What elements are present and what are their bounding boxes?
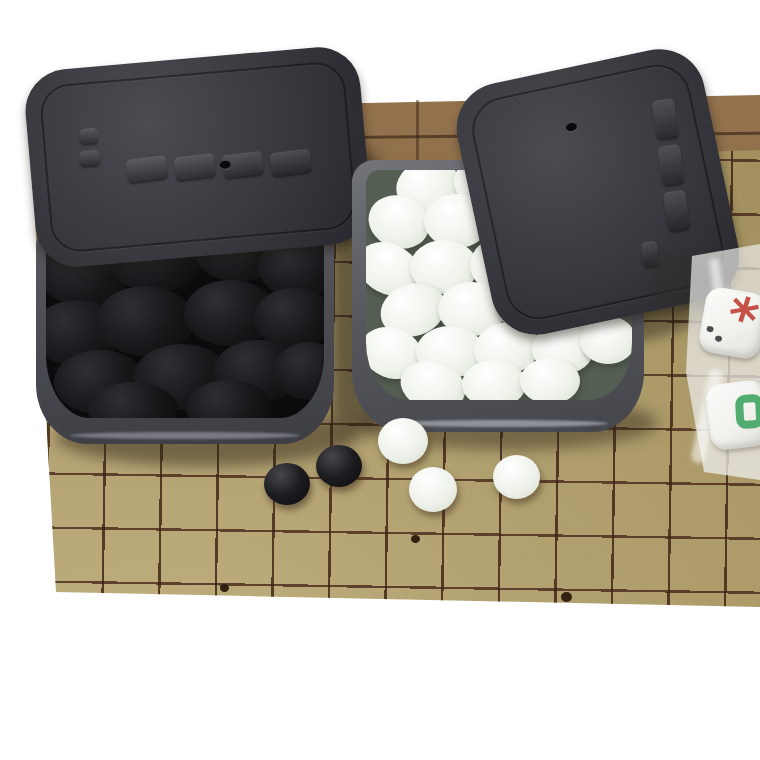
- white-stone-in-bowl: [462, 360, 526, 400]
- photo-content: *: [0, 0, 760, 760]
- white-stone-on-board: [409, 467, 457, 512]
- white-stone-on-board: [378, 418, 428, 464]
- black-stone-on-board: [316, 445, 362, 487]
- white-bowl-front-lip: [392, 420, 608, 427]
- white-stone-on-board: [493, 455, 540, 499]
- white-stone-in-bowl: [520, 358, 580, 400]
- white-stone-bowl-group: [0, 0, 760, 760]
- black-stone-on-board: [264, 463, 310, 505]
- go-set-photo: *: [0, 0, 760, 760]
